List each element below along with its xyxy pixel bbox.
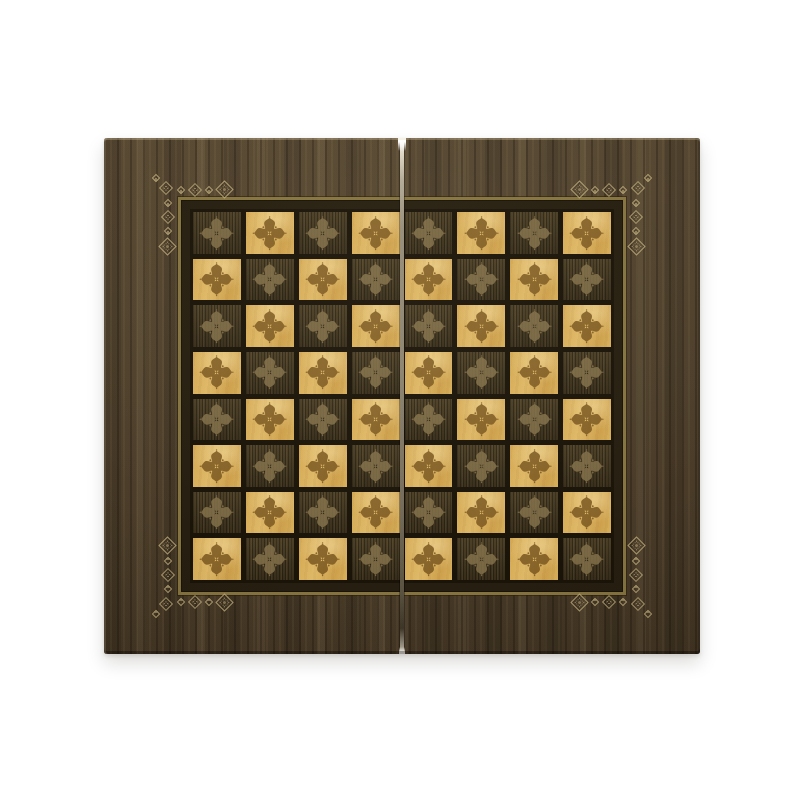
rosette-medallion-icon: [566, 401, 607, 438]
rosette-medallion-icon: [461, 215, 502, 252]
rosette-medallion-icon: [566, 308, 607, 345]
square-r3c5-dark[interactable]: [405, 305, 453, 347]
rosette-medallion-icon: [461, 261, 502, 298]
rosette-medallion-icon: [355, 308, 396, 345]
rosette-medallion-icon: [249, 401, 290, 438]
square-r2c3-light[interactable]: [299, 259, 347, 301]
rosette-medallion-icon: [408, 541, 449, 578]
rosette-medallion-icon: [355, 401, 396, 438]
rosette-medallion-icon: [196, 354, 237, 391]
square-r4c3-light[interactable]: [299, 352, 347, 394]
square-r8c3-light[interactable]: [299, 538, 347, 580]
rosette-medallion-icon: [249, 541, 290, 578]
square-r1c5-dark[interactable]: [405, 212, 453, 254]
square-r1c6-light[interactable]: [457, 212, 505, 254]
square-r7c3-dark[interactable]: [299, 492, 347, 534]
square-r4c4-dark[interactable]: [352, 352, 400, 394]
square-r2c6-dark[interactable]: [457, 259, 505, 301]
square-r1c3-dark[interactable]: [299, 212, 347, 254]
rosette-medallion-icon: [566, 261, 607, 298]
square-r5c7-dark[interactable]: [510, 399, 558, 441]
rosette-medallion-icon: [408, 215, 449, 252]
rosette-medallion-icon: [302, 448, 343, 485]
square-r5c2-light[interactable]: [246, 399, 294, 441]
square-r8c5-light[interactable]: [405, 538, 453, 580]
square-r6c6-dark[interactable]: [457, 445, 505, 487]
square-r6c1-light[interactable]: [193, 445, 241, 487]
rosette-medallion-icon: [249, 494, 290, 531]
square-r7c2-light[interactable]: [246, 492, 294, 534]
square-r1c8-light[interactable]: [563, 212, 611, 254]
square-r3c6-light[interactable]: [457, 305, 505, 347]
square-r3c8-light[interactable]: [563, 305, 611, 347]
square-r4c2-dark[interactable]: [246, 352, 294, 394]
rosette-medallion-icon: [461, 354, 502, 391]
square-r7c6-light[interactable]: [457, 492, 505, 534]
game-board: [104, 138, 700, 654]
square-r6c5-light[interactable]: [405, 445, 453, 487]
square-r4c6-dark[interactable]: [457, 352, 505, 394]
rosette-medallion-icon: [249, 215, 290, 252]
rosette-medallion-icon: [196, 494, 237, 531]
square-r1c1-dark[interactable]: [193, 212, 241, 254]
square-r7c4-light[interactable]: [352, 492, 400, 534]
rosette-medallion-icon: [514, 215, 555, 252]
square-r6c7-light[interactable]: [510, 445, 558, 487]
rosette-medallion-icon: [408, 261, 449, 298]
square-r4c8-dark[interactable]: [563, 352, 611, 394]
square-r3c7-dark[interactable]: [510, 305, 558, 347]
rosette-medallion-icon: [566, 215, 607, 252]
square-r2c4-dark[interactable]: [352, 259, 400, 301]
rosette-medallion-icon: [514, 541, 555, 578]
rosette-medallion-icon: [302, 541, 343, 578]
square-r8c7-light[interactable]: [510, 538, 558, 580]
square-r6c4-dark[interactable]: [352, 445, 400, 487]
square-r5c6-light[interactable]: [457, 399, 505, 441]
rosette-medallion-icon: [196, 215, 237, 252]
rosette-medallion-icon: [408, 494, 449, 531]
rosette-medallion-icon: [461, 541, 502, 578]
rosette-medallion-icon: [355, 448, 396, 485]
square-r4c1-light[interactable]: [193, 352, 241, 394]
square-r2c2-dark[interactable]: [246, 259, 294, 301]
rosette-medallion-icon: [514, 494, 555, 531]
rosette-medallion-icon: [302, 215, 343, 252]
rosette-medallion-icon: [461, 494, 502, 531]
rosette-medallion-icon: [302, 261, 343, 298]
rosette-medallion-icon: [355, 215, 396, 252]
rosette-medallion-icon: [302, 354, 343, 391]
square-r4c5-light[interactable]: [405, 352, 453, 394]
rosette-medallion-icon: [355, 541, 396, 578]
rosette-medallion-icon: [566, 354, 607, 391]
square-r7c8-light[interactable]: [563, 492, 611, 534]
square-r7c7-dark[interactable]: [510, 492, 558, 534]
square-r2c5-light[interactable]: [405, 259, 453, 301]
rosette-medallion-icon: [249, 308, 290, 345]
square-r3c2-light[interactable]: [246, 305, 294, 347]
rosette-medallion-icon: [408, 354, 449, 391]
square-r8c1-light[interactable]: [193, 538, 241, 580]
square-r5c3-dark[interactable]: [299, 399, 347, 441]
rosette-medallion-icon: [196, 261, 237, 298]
square-r1c2-light[interactable]: [246, 212, 294, 254]
square-r8c2-dark[interactable]: [246, 538, 294, 580]
square-r6c2-dark[interactable]: [246, 445, 294, 487]
photo-background: [0, 0, 800, 800]
square-r7c1-dark[interactable]: [193, 492, 241, 534]
square-r8c6-dark[interactable]: [457, 538, 505, 580]
rosette-medallion-icon: [566, 448, 607, 485]
square-r4c7-light[interactable]: [510, 352, 558, 394]
rosette-medallion-icon: [355, 261, 396, 298]
square-r3c4-light[interactable]: [352, 305, 400, 347]
square-r6c8-dark[interactable]: [563, 445, 611, 487]
rosette-medallion-icon: [302, 494, 343, 531]
rosette-medallion-icon: [514, 308, 555, 345]
rosette-medallion-icon: [514, 448, 555, 485]
rosette-medallion-icon: [461, 448, 502, 485]
rosette-medallion-icon: [196, 308, 237, 345]
rosette-medallion-icon: [249, 354, 290, 391]
square-r5c5-dark[interactable]: [405, 399, 453, 441]
square-r7c5-dark[interactable]: [405, 492, 453, 534]
rosette-medallion-icon: [355, 354, 396, 391]
rosette-medallion-icon: [566, 494, 607, 531]
rosette-medallion-icon: [566, 541, 607, 578]
rosette-medallion-icon: [461, 308, 502, 345]
square-r5c4-light[interactable]: [352, 399, 400, 441]
square-r6c3-light[interactable]: [299, 445, 347, 487]
rosette-medallion-icon: [408, 448, 449, 485]
rosette-medallion-icon: [302, 401, 343, 438]
rosette-medallion-icon: [408, 308, 449, 345]
rosette-medallion-icon: [302, 308, 343, 345]
rosette-medallion-icon: [249, 261, 290, 298]
rosette-medallion-icon: [514, 401, 555, 438]
rosette-medallion-icon: [196, 541, 237, 578]
rosette-medallion-icon: [196, 448, 237, 485]
hinge-seam: [400, 138, 404, 654]
square-r5c1-dark[interactable]: [193, 399, 241, 441]
rosette-medallion-icon: [514, 354, 555, 391]
rosette-medallion-icon: [355, 494, 396, 531]
rosette-medallion-icon: [249, 448, 290, 485]
square-r2c1-light[interactable]: [193, 259, 241, 301]
square-r1c4-light[interactable]: [352, 212, 400, 254]
rosette-medallion-icon: [196, 401, 237, 438]
square-r3c1-dark[interactable]: [193, 305, 241, 347]
square-r8c4-dark[interactable]: [352, 538, 400, 580]
rosette-medallion-icon: [514, 261, 555, 298]
rosette-medallion-icon: [408, 401, 449, 438]
square-r2c8-dark[interactable]: [563, 259, 611, 301]
rosette-medallion-icon: [461, 401, 502, 438]
square-r2c7-light[interactable]: [510, 259, 558, 301]
square-r8c8-dark[interactable]: [563, 538, 611, 580]
square-r5c8-light[interactable]: [563, 399, 611, 441]
square-r1c7-dark[interactable]: [510, 212, 558, 254]
square-r3c3-dark[interactable]: [299, 305, 347, 347]
